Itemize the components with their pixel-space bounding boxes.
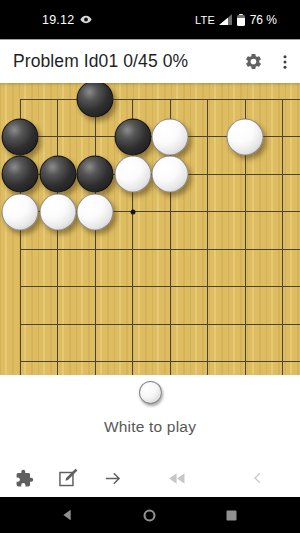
grid-line-vertical	[207, 99, 208, 375]
grid-line-horizontal	[20, 361, 300, 362]
battery-icon	[237, 14, 245, 26]
next-stone-white-indicator	[139, 381, 162, 404]
arrow-forward-icon	[102, 468, 123, 489]
clock: 19.12	[42, 13, 74, 27]
grid-line-horizontal	[20, 249, 300, 250]
black-stone	[2, 156, 39, 193]
black-stone	[77, 81, 114, 118]
nav-home-button[interactable]	[137, 503, 161, 527]
status-left: 19.12	[42, 13, 92, 27]
status-bar: 19.12 LTE 76 %	[0, 0, 300, 40]
fast-rewind-icon	[167, 468, 188, 489]
white-stone	[2, 193, 39, 230]
battery-percent-label: 76 %	[250, 13, 277, 27]
settings-button[interactable]	[240, 49, 266, 75]
grid-line-horizontal	[20, 286, 300, 287]
puzzle-icon	[15, 469, 34, 488]
grid-line-horizontal	[20, 99, 300, 100]
white-stone	[39, 193, 76, 230]
page-title: Problem Id01 0/45 0%	[0, 51, 188, 72]
recents-icon	[224, 508, 239, 523]
problems-button[interactable]	[8, 462, 40, 494]
status-right: LTE 76 %	[195, 13, 277, 27]
white-stone	[114, 156, 151, 193]
back-icon	[60, 507, 76, 523]
go-board[interactable]	[0, 83, 300, 375]
nav-recents-button[interactable]	[219, 503, 243, 527]
undo-move-button[interactable]	[242, 462, 274, 494]
overflow-menu-icon	[276, 53, 294, 71]
grid-line-vertical	[95, 99, 96, 375]
eye-icon	[80, 15, 92, 24]
footer: White to play	[0, 375, 300, 497]
grid-line-vertical	[282, 99, 283, 375]
black-stone	[114, 118, 151, 155]
app-screen: 19.12 LTE 76 % Problem Id01 0/45 0%	[0, 0, 300, 533]
white-stone	[152, 156, 189, 193]
white-stone	[227, 118, 264, 155]
signal-strength-icon	[219, 14, 232, 25]
black-stone	[39, 156, 76, 193]
turn-status-label: White to play	[0, 418, 300, 436]
chevron-left-icon	[249, 469, 267, 487]
rewind-button[interactable]	[161, 462, 193, 494]
network-type-label: LTE	[195, 14, 215, 26]
edit-icon	[57, 467, 79, 489]
edit-button[interactable]	[52, 462, 84, 494]
settings-gear-icon	[244, 52, 263, 71]
grid-line-vertical	[57, 99, 58, 375]
overflow-menu-button[interactable]	[272, 49, 298, 75]
home-icon	[141, 507, 158, 524]
star-point	[130, 209, 135, 214]
white-stone	[152, 118, 189, 155]
grid-line-horizontal	[20, 324, 300, 325]
black-stone	[77, 156, 114, 193]
nav-back-button[interactable]	[56, 503, 80, 527]
white-stone	[77, 193, 114, 230]
android-nav-bar	[0, 497, 300, 533]
app-bar: Problem Id01 0/45 0%	[0, 40, 300, 83]
next-button[interactable]	[96, 462, 128, 494]
black-stone	[2, 118, 39, 155]
